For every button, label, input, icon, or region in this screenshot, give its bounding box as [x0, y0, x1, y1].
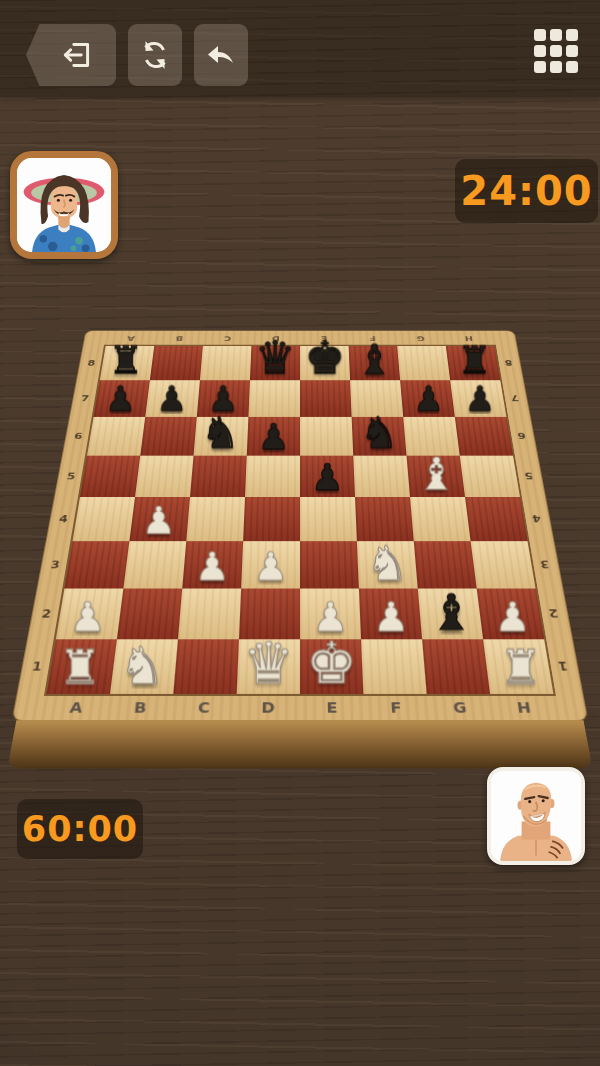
- grid-menu-icon: [534, 29, 546, 41]
- white-knight-glyph: ♞: [120, 640, 166, 692]
- piece-white-pawn-d3[interactable]: ♟: [241, 541, 300, 588]
- white-pawn-glyph: ♟: [373, 596, 410, 637]
- piece-black-pawn-h7[interactable]: ♟: [450, 380, 506, 416]
- piece-white-pawn-b4[interactable]: ♟: [129, 497, 190, 541]
- piece-white-queen-d1[interactable]: ♛: [237, 639, 300, 694]
- black-knight-glyph: ♞: [201, 412, 240, 455]
- piece-white-pawn-c3[interactable]: ♟: [182, 541, 243, 588]
- piece-white-pawn-a2[interactable]: ♟: [56, 589, 123, 640]
- exit-button[interactable]: [26, 24, 116, 86]
- piece-white-knight-f3[interactable]: ♞: [357, 541, 418, 588]
- coord-label: D: [251, 332, 300, 345]
- chessboard: ABCDEFGH ABCDEFGH 87654321 87654321 ♜♛♚♝…: [13, 331, 587, 720]
- coord-label: B: [154, 332, 204, 345]
- piece-black-pawn-b7[interactable]: ♟: [145, 380, 200, 416]
- coord-label: E: [300, 695, 364, 719]
- piece-black-knight-c6[interactable]: ♞: [194, 417, 249, 456]
- black-pawn-glyph: ♟: [311, 459, 344, 496]
- white-king-glyph: ♚: [306, 635, 357, 692]
- coord-label: 8: [494, 346, 523, 380]
- coord-label: F: [363, 695, 428, 719]
- white-pawn-glyph: ♟: [69, 596, 106, 637]
- white-pawn-glyph: ♟: [253, 547, 288, 586]
- rotate-button[interactable]: [128, 24, 182, 86]
- piece-black-bishop-g2[interactable]: ♝: [418, 589, 483, 640]
- exit-door-arrow-icon: [59, 37, 95, 73]
- coord-label: A: [42, 695, 109, 719]
- coord-label: E: [300, 332, 349, 345]
- undo-arrow-icon: [204, 38, 238, 72]
- piece-white-king-e1[interactable]: ♚: [300, 639, 363, 694]
- white-rook-glyph: ♜: [58, 643, 101, 691]
- coord-label: D: [236, 695, 300, 719]
- piece-white-rook-h1[interactable]: ♜: [483, 639, 553, 694]
- piece-white-pawn-h2[interactable]: ♟: [477, 589, 544, 640]
- piece-black-bishop-f8[interactable]: ♝: [349, 346, 401, 380]
- piece-black-rook-h8[interactable]: ♜: [446, 346, 500, 380]
- black-rook-glyph: ♜: [457, 342, 491, 380]
- piece-black-knight-f6[interactable]: ♞: [352, 417, 407, 456]
- white-bishop-glyph: ♝: [417, 451, 457, 496]
- coord-label: A: [106, 332, 156, 345]
- white-queen-glyph: ♛: [243, 635, 294, 692]
- chess-app-screen: 24:00 ABCDEFGH ABCDEFGH 87654321 8765432…: [0, 0, 600, 1066]
- white-pawn-glyph: ♟: [141, 502, 175, 540]
- player-clock: 60:00: [17, 799, 143, 859]
- opponent-clock-value: 24:00: [460, 168, 592, 214]
- piece-black-pawn-e5[interactable]: ♟: [300, 456, 355, 497]
- player-avatar-illustration: [491, 771, 581, 861]
- piece-black-pawn-a7[interactable]: ♟: [94, 380, 150, 416]
- white-rook-glyph: ♜: [499, 643, 542, 691]
- white-pawn-glyph: ♟: [494, 596, 531, 637]
- black-pawn-glyph: ♟: [413, 382, 444, 417]
- black-knight-glyph: ♞: [360, 412, 399, 455]
- coord-label: B: [107, 695, 173, 719]
- file-labels-far: ABCDEFGH: [106, 332, 495, 345]
- coord-label: H: [490, 695, 557, 719]
- white-knight-glyph: ♞: [366, 539, 409, 587]
- file-labels-near: ABCDEFGH: [42, 695, 557, 719]
- piece-white-rook-a1[interactable]: ♜: [47, 639, 117, 694]
- white-pawn-glyph: ♟: [194, 547, 229, 586]
- opponent-clock: 24:00: [455, 159, 598, 223]
- opponent-avatar-illustration: [17, 158, 111, 252]
- piece-white-bishop-g5[interactable]: ♝: [406, 456, 465, 497]
- piece-white-pawn-f2[interactable]: ♟: [359, 589, 422, 640]
- circular-arrows-icon: [138, 38, 172, 72]
- coord-label: G: [396, 332, 446, 345]
- piece-black-rook-a8[interactable]: ♜: [100, 346, 154, 380]
- coord-label: G: [427, 695, 493, 719]
- piece-black-pawn-g7[interactable]: ♟: [400, 380, 455, 416]
- piece-black-queen-d8[interactable]: ♛: [250, 346, 300, 380]
- coord-label: H: [444, 332, 494, 345]
- coord-label: C: [203, 332, 252, 345]
- player-clock-value: 60:00: [22, 809, 138, 849]
- black-pawn-glyph: ♟: [464, 382, 495, 417]
- coord-label: F: [348, 332, 397, 345]
- opponent-avatar[interactable]: [10, 151, 118, 259]
- coord-label: 6: [506, 417, 537, 456]
- player-avatar[interactable]: [487, 767, 585, 865]
- undo-button[interactable]: [194, 24, 248, 86]
- black-rook-glyph: ♜: [109, 342, 143, 380]
- coord-label: 7: [500, 380, 530, 416]
- piece-white-knight-b1[interactable]: ♞: [110, 639, 178, 694]
- black-bishop-glyph: ♝: [356, 339, 393, 380]
- piece-black-pawn-d6[interactable]: ♟: [247, 417, 300, 456]
- coord-label: C: [171, 695, 236, 719]
- chessboard-scene: ABCDEFGH ABCDEFGH 87654321 87654321 ♜♛♚♝…: [20, 262, 580, 732]
- grid-menu-button[interactable]: [534, 29, 578, 73]
- board-front-edge: [7, 720, 592, 768]
- black-pawn-glyph: ♟: [105, 382, 136, 417]
- board-pieces: ♜♛♚♝♜♟♟♟♟♟♞♟♞♟♝♟♟♟♞♟♟♟♝♟♜♞♛♚♜: [47, 346, 554, 694]
- black-pawn-glyph: ♟: [258, 419, 290, 455]
- black-bishop-glyph: ♝: [429, 588, 473, 638]
- black-pawn-glyph: ♟: [156, 382, 187, 417]
- piece-black-king-e8[interactable]: ♚: [300, 346, 350, 380]
